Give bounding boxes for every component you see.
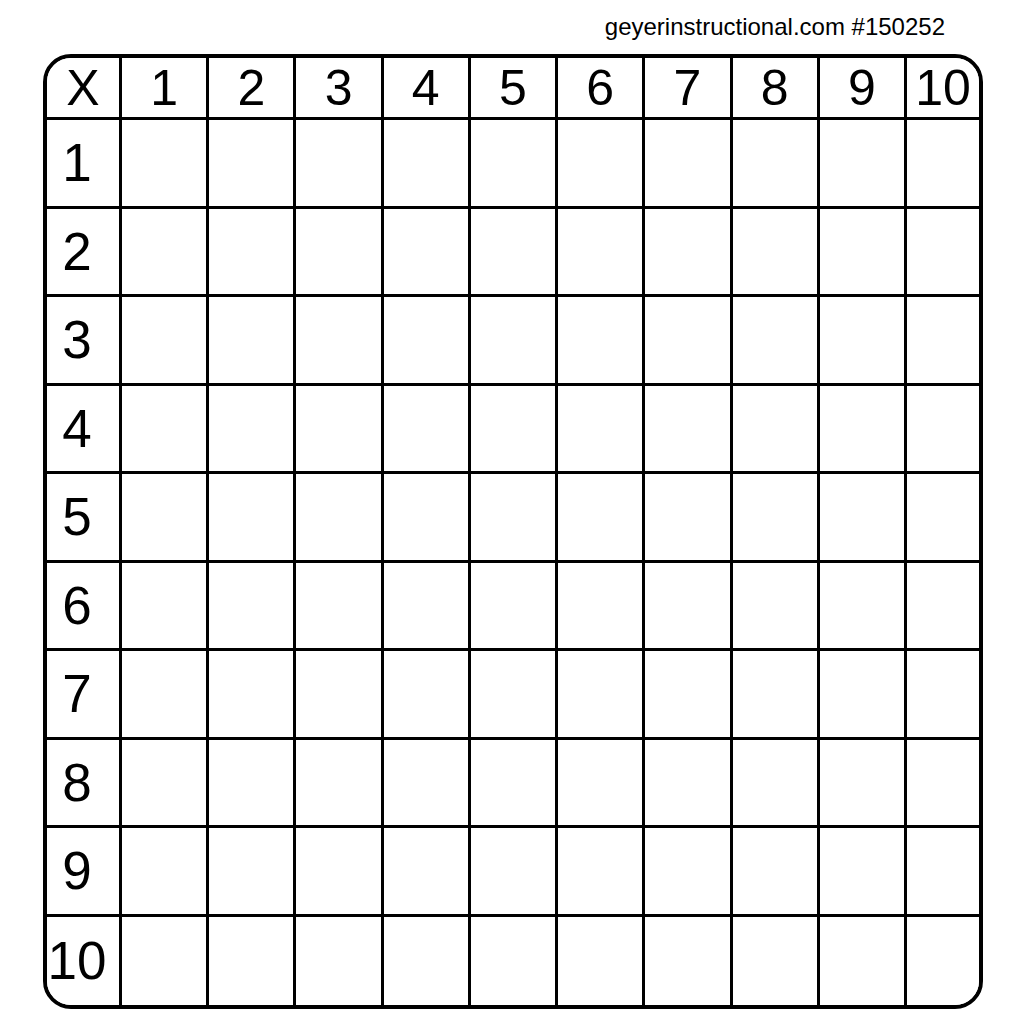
- worksheet-page: geyerinstructional.com #150252 X12345678…: [0, 0, 1024, 1024]
- cell-4x6[interactable]: [558, 386, 645, 475]
- cell-4x5[interactable]: [471, 386, 558, 475]
- cell-3x8[interactable]: [733, 297, 820, 386]
- cell-7x8[interactable]: [733, 651, 820, 740]
- cell-5x7[interactable]: [645, 474, 732, 563]
- cell-4x4[interactable]: [384, 386, 471, 475]
- cell-3x1[interactable]: [122, 297, 209, 386]
- row-header-5: 5: [47, 474, 122, 563]
- cell-3x7[interactable]: [645, 297, 732, 386]
- cell-2x1[interactable]: [122, 209, 209, 298]
- cell-10x10[interactable]: [907, 917, 979, 1006]
- cell-6x5[interactable]: [471, 563, 558, 652]
- cell-8x8[interactable]: [733, 740, 820, 829]
- cell-8x4[interactable]: [384, 740, 471, 829]
- cell-9x9[interactable]: [820, 828, 907, 917]
- col-header-10: 10: [907, 58, 979, 120]
- cell-2x3[interactable]: [296, 209, 383, 298]
- cell-6x6[interactable]: [558, 563, 645, 652]
- col-header-2: 2: [209, 58, 296, 120]
- col-header-9: 9: [820, 58, 907, 120]
- cell-7x4[interactable]: [384, 651, 471, 740]
- cell-9x7[interactable]: [645, 828, 732, 917]
- cell-2x7[interactable]: [645, 209, 732, 298]
- cell-6x9[interactable]: [820, 563, 907, 652]
- row-header-9: 9: [47, 828, 122, 917]
- cell-5x6[interactable]: [558, 474, 645, 563]
- cell-9x5[interactable]: [471, 828, 558, 917]
- cell-6x8[interactable]: [733, 563, 820, 652]
- cell-7x10[interactable]: [907, 651, 979, 740]
- cell-9x10[interactable]: [907, 828, 979, 917]
- cell-4x7[interactable]: [645, 386, 732, 475]
- operator-cell: X: [47, 58, 122, 120]
- cell-9x3[interactable]: [296, 828, 383, 917]
- cell-6x3[interactable]: [296, 563, 383, 652]
- cell-1x8[interactable]: [733, 120, 820, 209]
- cell-6x10[interactable]: [907, 563, 979, 652]
- cell-2x10[interactable]: [907, 209, 979, 298]
- row-header-8: 8: [47, 740, 122, 829]
- cell-3x10[interactable]: [907, 297, 979, 386]
- cell-1x7[interactable]: [645, 120, 732, 209]
- cell-5x5[interactable]: [471, 474, 558, 563]
- cell-9x2[interactable]: [209, 828, 296, 917]
- cell-4x8[interactable]: [733, 386, 820, 475]
- cell-5x9[interactable]: [820, 474, 907, 563]
- cell-8x2[interactable]: [209, 740, 296, 829]
- cell-1x5[interactable]: [471, 120, 558, 209]
- cell-10x7[interactable]: [645, 917, 732, 1006]
- cell-9x8[interactable]: [733, 828, 820, 917]
- cell-8x6[interactable]: [558, 740, 645, 829]
- cell-7x7[interactable]: [645, 651, 732, 740]
- cell-10x3[interactable]: [296, 917, 383, 1006]
- cell-5x8[interactable]: [733, 474, 820, 563]
- col-header-6: 6: [558, 58, 645, 120]
- cell-10x4[interactable]: [384, 917, 471, 1006]
- col-header-8: 8: [733, 58, 820, 120]
- cell-10x6[interactable]: [558, 917, 645, 1006]
- cell-7x6[interactable]: [558, 651, 645, 740]
- cell-6x4[interactable]: [384, 563, 471, 652]
- cell-5x1[interactable]: [122, 474, 209, 563]
- cell-8x3[interactable]: [296, 740, 383, 829]
- cell-4x10[interactable]: [907, 386, 979, 475]
- row-header-6: 6: [47, 563, 122, 652]
- col-header-7: 7: [645, 58, 732, 120]
- cell-1x1[interactable]: [122, 120, 209, 209]
- cell-8x5[interactable]: [471, 740, 558, 829]
- cell-8x9[interactable]: [820, 740, 907, 829]
- cell-1x9[interactable]: [820, 120, 907, 209]
- cell-3x5[interactable]: [471, 297, 558, 386]
- cell-1x4[interactable]: [384, 120, 471, 209]
- cell-2x4[interactable]: [384, 209, 471, 298]
- cell-7x2[interactable]: [209, 651, 296, 740]
- col-header-3: 3: [296, 58, 383, 120]
- cell-3x9[interactable]: [820, 297, 907, 386]
- cell-2x8[interactable]: [733, 209, 820, 298]
- col-header-1: 1: [122, 58, 209, 120]
- cell-9x1[interactable]: [122, 828, 209, 917]
- cell-9x6[interactable]: [558, 828, 645, 917]
- cell-4x2[interactable]: [209, 386, 296, 475]
- cell-4x3[interactable]: [296, 386, 383, 475]
- cell-7x1[interactable]: [122, 651, 209, 740]
- row-header-10: 10: [47, 917, 122, 1006]
- cell-5x2[interactable]: [209, 474, 296, 563]
- cell-3x3[interactable]: [296, 297, 383, 386]
- cell-10x1[interactable]: [122, 917, 209, 1006]
- cell-2x5[interactable]: [471, 209, 558, 298]
- multiplication-table-grid: X1234567891012345678910: [43, 54, 983, 1009]
- cell-6x2[interactable]: [209, 563, 296, 652]
- cell-5x10[interactable]: [907, 474, 979, 563]
- cell-1x6[interactable]: [558, 120, 645, 209]
- cell-8x7[interactable]: [645, 740, 732, 829]
- row-header-2: 2: [47, 209, 122, 298]
- cell-4x9[interactable]: [820, 386, 907, 475]
- row-header-3: 3: [47, 297, 122, 386]
- cell-10x9[interactable]: [820, 917, 907, 1006]
- cell-2x9[interactable]: [820, 209, 907, 298]
- cell-8x10[interactable]: [907, 740, 979, 829]
- watermark-text: geyerinstructional.com #150252: [605, 13, 945, 41]
- cell-3x6[interactable]: [558, 297, 645, 386]
- row-header-1: 1: [47, 120, 122, 209]
- cell-3x2[interactable]: [209, 297, 296, 386]
- cell-10x8[interactable]: [733, 917, 820, 1006]
- cell-4x1[interactable]: [122, 386, 209, 475]
- cell-10x5[interactable]: [471, 917, 558, 1006]
- cell-6x7[interactable]: [645, 563, 732, 652]
- cell-2x6[interactable]: [558, 209, 645, 298]
- cell-2x2[interactable]: [209, 209, 296, 298]
- cell-9x4[interactable]: [384, 828, 471, 917]
- cell-3x4[interactable]: [384, 297, 471, 386]
- cell-6x1[interactable]: [122, 563, 209, 652]
- cell-5x4[interactable]: [384, 474, 471, 563]
- cell-7x3[interactable]: [296, 651, 383, 740]
- cell-1x10[interactable]: [907, 120, 979, 209]
- col-header-4: 4: [384, 58, 471, 120]
- cell-1x3[interactable]: [296, 120, 383, 209]
- cell-7x5[interactable]: [471, 651, 558, 740]
- cell-8x1[interactable]: [122, 740, 209, 829]
- row-header-4: 4: [47, 386, 122, 475]
- col-header-5: 5: [471, 58, 558, 120]
- cell-1x2[interactable]: [209, 120, 296, 209]
- cell-10x2[interactable]: [209, 917, 296, 1006]
- row-header-7: 7: [47, 651, 122, 740]
- cell-7x9[interactable]: [820, 651, 907, 740]
- cell-5x3[interactable]: [296, 474, 383, 563]
